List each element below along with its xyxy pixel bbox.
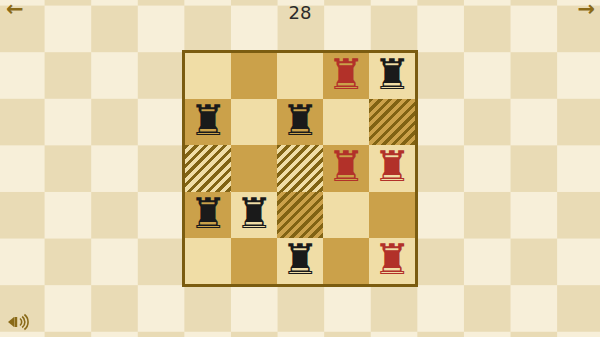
board-cell-r4c5[interactable] — [369, 192, 415, 238]
board-cell-r5c4[interactable] — [323, 238, 369, 284]
red-rook[interactable]: ♜ — [327, 54, 365, 96]
game-background: { "game": "rooks-puzzle (chess-rook boar… — [0, 0, 600, 337]
board-cell-r1c3[interactable] — [277, 53, 323, 99]
board-cell-r1c2[interactable] — [231, 53, 277, 99]
black-rook[interactable]: ♜ — [281, 100, 319, 142]
speaker-icon — [7, 312, 33, 332]
board-cell-r3c4[interactable]: ♜ — [323, 145, 369, 191]
board-cell-r4c4[interactable] — [323, 192, 369, 238]
black-rook[interactable]: ♜ — [235, 193, 273, 235]
black-rook[interactable]: ♜ — [189, 193, 227, 235]
board-cell-r2c4[interactable] — [323, 99, 369, 145]
black-rook[interactable]: ♜ — [189, 100, 227, 142]
marked-square-r4c3[interactable] — [277, 192, 323, 238]
board-cell-r1c4[interactable]: ♜ — [323, 53, 369, 99]
board-cell-r2c3[interactable]: ♜ — [277, 99, 323, 145]
board-cell-r3c2[interactable] — [231, 145, 277, 191]
level-number: 28 — [0, 3, 600, 23]
board-cell-r1c1[interactable] — [185, 53, 231, 99]
marked-square-r3c1[interactable] — [185, 145, 231, 191]
marked-square-r3c3[interactable] — [277, 145, 323, 191]
puzzle-board: ♜♜♜♜♜♜♜♜♜♜ — [182, 50, 418, 287]
board-cell-r5c3[interactable]: ♜ — [277, 238, 323, 284]
board-cell-r4c1[interactable]: ♜ — [185, 192, 231, 238]
marked-square-r2c5[interactable] — [369, 99, 415, 145]
red-rook[interactable]: ♜ — [373, 239, 411, 281]
board-cell-r5c5[interactable]: ♜ — [369, 238, 415, 284]
black-rook[interactable]: ♜ — [373, 54, 411, 96]
sound-button[interactable] — [7, 312, 33, 332]
board-cell-r4c2[interactable]: ♜ — [231, 192, 277, 238]
red-rook[interactable]: ♜ — [373, 146, 411, 188]
board-cell-r5c1[interactable] — [185, 238, 231, 284]
board-cell-r2c2[interactable] — [231, 99, 277, 145]
black-rook[interactable]: ♜ — [281, 239, 319, 281]
board-cell-r2c1[interactable]: ♜ — [185, 99, 231, 145]
red-rook[interactable]: ♜ — [327, 146, 365, 188]
board-cell-r1c5[interactable]: ♜ — [369, 53, 415, 99]
board-cell-r3c5[interactable]: ♜ — [369, 145, 415, 191]
board-cell-r5c2[interactable] — [231, 238, 277, 284]
